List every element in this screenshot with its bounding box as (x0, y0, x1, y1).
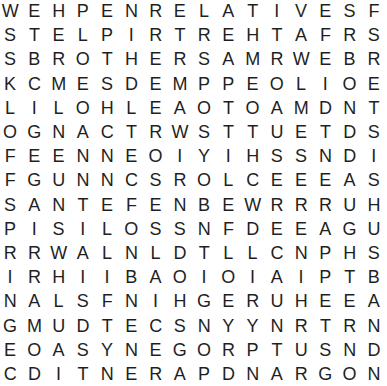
grid-cell-r16c13[interactable]: R (289, 362, 313, 386)
grid-cell-r10c2[interactable]: I (22, 217, 46, 241)
grid-cell-r7c9[interactable]: Y (192, 144, 216, 168)
grid-cell-r8c5[interactable]: N (95, 168, 119, 192)
grid-cell-r16c16[interactable]: N (362, 362, 386, 386)
grid-cell-r1c1[interactable]: W (0, 0, 22, 23)
grid-cell-r1c16[interactable]: F (362, 0, 386, 23)
grid-cell-r10c12[interactable]: E (265, 217, 289, 241)
grid-cell-r8c9[interactable]: O (192, 168, 216, 192)
grid-cell-r2c9[interactable]: R (192, 23, 216, 47)
grid-cell-r6c12[interactable]: U (265, 120, 289, 144)
grid-cell-r11c8[interactable]: D (168, 241, 192, 265)
grid-cell-r8c11[interactable]: C (241, 168, 265, 192)
grid-cell-r8c1[interactable]: F (0, 168, 22, 192)
grid-cell-r7c4[interactable]: N (71, 144, 95, 168)
grid-cell-r9c12[interactable]: R (265, 193, 289, 217)
grid-cell-r13c1[interactable]: N (0, 289, 22, 313)
grid-cell-r15c13[interactable]: U (289, 338, 313, 362)
grid-cell-r7c3[interactable]: E (47, 144, 71, 168)
grid-cell-r14c9[interactable]: N (192, 313, 216, 337)
grid-cell-r7c5[interactable]: N (95, 144, 119, 168)
grid-cell-r16c2[interactable]: D (22, 362, 46, 386)
grid-cell-r9c3[interactable]: N (47, 193, 71, 217)
grid-cell-r14c16[interactable]: N (362, 313, 386, 337)
grid-cell-r1c4[interactable]: P (71, 0, 95, 23)
grid-cell-r12c6[interactable]: B (119, 265, 143, 289)
grid-cell-r5c4[interactable]: O (71, 96, 95, 120)
grid-cell-r13c14[interactable]: E (313, 289, 337, 313)
word-search-grid: WEHPENRELATIVESFSTELPIRTREHTAFRSSBROTHER… (0, 0, 386, 386)
grid-cell-r16c1[interactable]: C (0, 362, 22, 386)
grid-cell-r7c7[interactable]: O (144, 144, 168, 168)
grid-cell-r12c7[interactable]: A (144, 265, 168, 289)
grid-cell-r12c11[interactable]: I (241, 265, 265, 289)
grid-cell-r7c14[interactable]: N (313, 144, 337, 168)
grid-cell-r15c2[interactable]: O (22, 338, 46, 362)
grid-cell-r11c7[interactable]: L (144, 241, 168, 265)
grid-cell-r7c2[interactable]: E (22, 144, 46, 168)
grid-cell-r14c1[interactable]: G (0, 313, 22, 337)
grid-cell-r12c5[interactable]: I (95, 265, 119, 289)
grid-cell-r6c15[interactable]: D (338, 120, 362, 144)
grid-cell-r14c8[interactable]: S (168, 313, 192, 337)
grid-cell-r4c1[interactable]: K (0, 72, 22, 96)
grid-cell-r14c3[interactable]: U (47, 313, 71, 337)
grid-cell-r6c7[interactable]: R (144, 120, 168, 144)
grid-cell-r5c8[interactable]: A (168, 96, 192, 120)
grid-cell-r10c4[interactable]: I (71, 217, 95, 241)
grid-cell-r14c6[interactable]: E (119, 313, 143, 337)
grid-cell-r2c16[interactable]: S (362, 23, 386, 47)
grid-cell-r9c13[interactable]: R (289, 193, 313, 217)
grid-cell-r15c6[interactable]: N (119, 338, 143, 362)
grid-cell-r8c6[interactable]: C (119, 168, 143, 192)
grid-cell-r10c5[interactable]: L (95, 217, 119, 241)
grid-cell-r16c5[interactable]: N (95, 362, 119, 386)
grid-cell-r10c9[interactable]: N (192, 217, 216, 241)
grid-cell-r6c5[interactable]: C (95, 120, 119, 144)
grid-cell-r14c15[interactable]: R (338, 313, 362, 337)
grid-cell-r15c14[interactable]: S (313, 338, 337, 362)
grid-cell-r3c10[interactable]: A (216, 47, 240, 71)
grid-cell-r16c7[interactable]: R (144, 362, 168, 386)
grid-cell-r3c13[interactable]: W (289, 47, 313, 71)
grid-cell-r7c12[interactable]: S (265, 144, 289, 168)
grid-cell-r8c15[interactable]: A (338, 168, 362, 192)
grid-cell-r13c15[interactable]: E (338, 289, 362, 313)
grid-cell-r12c13[interactable]: I (289, 265, 313, 289)
grid-cell-r2c15[interactable]: R (338, 23, 362, 47)
grid-cell-r3c7[interactable]: E (144, 47, 168, 71)
grid-cell-r10c3[interactable]: S (47, 217, 71, 241)
grid-cell-r4c2[interactable]: C (22, 72, 46, 96)
grid-cell-r8c10[interactable]: L (216, 168, 240, 192)
grid-cell-r8c16[interactable]: S (362, 168, 386, 192)
grid-cell-r15c11[interactable]: P (241, 338, 265, 362)
grid-cell-r15c5[interactable]: Y (95, 338, 119, 362)
grid-cell-r15c1[interactable]: E (0, 338, 22, 362)
grid-cell-r11c4[interactable]: A (71, 241, 95, 265)
grid-cell-r11c12[interactable]: C (265, 241, 289, 265)
grid-cell-r5c10[interactable]: T (216, 96, 240, 120)
grid-cell-r2c12[interactable]: T (265, 23, 289, 47)
grid-cell-r9c1[interactable]: S (0, 193, 22, 217)
grid-cell-r7c6[interactable]: E (119, 144, 143, 168)
grid-cell-r2c13[interactable]: A (289, 23, 313, 47)
grid-cell-r11c16[interactable]: S (362, 241, 386, 265)
grid-cell-r10c1[interactable]: P (0, 217, 22, 241)
grid-cell-r4c3[interactable]: M (47, 72, 71, 96)
grid-cell-r2c11[interactable]: H (241, 23, 265, 47)
grid-cell-r1c12[interactable]: I (265, 0, 289, 23)
grid-cell-r9c15[interactable]: U (338, 193, 362, 217)
grid-cell-r5c5[interactable]: H (95, 96, 119, 120)
grid-cell-r1c2[interactable]: E (22, 0, 46, 23)
grid-cell-r13c11[interactable]: R (241, 289, 265, 313)
grid-cell-r8c2[interactable]: G (22, 168, 46, 192)
grid-cell-r4c13[interactable]: L (289, 72, 313, 96)
grid-cell-r6c1[interactable]: O (0, 120, 22, 144)
grid-cell-r15c7[interactable]: E (144, 338, 168, 362)
grid-cell-r13c10[interactable]: E (216, 289, 240, 313)
grid-cell-r16c10[interactable]: D (216, 362, 240, 386)
grid-cell-r12c4[interactable]: I (71, 265, 95, 289)
grid-cell-r11c11[interactable]: L (241, 241, 265, 265)
grid-cell-r4c10[interactable]: P (216, 72, 240, 96)
grid-cell-r13c2[interactable]: A (22, 289, 46, 313)
grid-cell-r6c2[interactable]: G (22, 120, 46, 144)
grid-cell-r11c9[interactable]: T (192, 241, 216, 265)
grid-cell-r4c4[interactable]: E (71, 72, 95, 96)
grid-cell-r5c13[interactable]: M (289, 96, 313, 120)
grid-cell-r6c13[interactable]: E (289, 120, 313, 144)
grid-cell-r3c15[interactable]: B (338, 47, 362, 71)
grid-cell-r16c8[interactable]: A (168, 362, 192, 386)
grid-cell-r5c11[interactable]: O (241, 96, 265, 120)
grid-cell-r2c4[interactable]: L (71, 23, 95, 47)
grid-cell-r11c14[interactable]: P (313, 241, 337, 265)
grid-cell-r9c8[interactable]: N (168, 193, 192, 217)
grid-cell-r4c12[interactable]: O (265, 72, 289, 96)
grid-cell-r10c14[interactable]: A (313, 217, 337, 241)
grid-cell-r6c9[interactable]: S (192, 120, 216, 144)
grid-cell-r12c16[interactable]: B (362, 265, 386, 289)
grid-cell-r3c5[interactable]: T (95, 47, 119, 71)
grid-cell-r13c12[interactable]: U (265, 289, 289, 313)
grid-cell-r13c16[interactable]: A (362, 289, 386, 313)
grid-cell-r12c3[interactable]: H (47, 265, 71, 289)
grid-cell-r15c16[interactable]: D (362, 338, 386, 362)
grid-cell-r11c10[interactable]: L (216, 241, 240, 265)
grid-cell-r7c10[interactable]: I (216, 144, 240, 168)
grid-cell-r8c3[interactable]: U (47, 168, 71, 192)
grid-cell-r16c15[interactable]: O (338, 362, 362, 386)
grid-cell-r9c7[interactable]: E (144, 193, 168, 217)
grid-cell-r14c13[interactable]: R (289, 313, 313, 337)
grid-cell-r5c6[interactable]: L (119, 96, 143, 120)
grid-cell-r2c8[interactable]: T (168, 23, 192, 47)
grid-cell-r15c10[interactable]: R (216, 338, 240, 362)
grid-cell-r14c2[interactable]: M (22, 313, 46, 337)
grid-cell-r13c6[interactable]: N (119, 289, 143, 313)
grid-cell-r9c14[interactable]: R (313, 193, 337, 217)
grid-cell-r3c16[interactable]: R (362, 47, 386, 71)
grid-cell-r9c4[interactable]: T (71, 193, 95, 217)
grid-cell-r3c8[interactable]: R (168, 47, 192, 71)
grid-cell-r9c10[interactable]: E (216, 193, 240, 217)
grid-cell-r4c9[interactable]: P (192, 72, 216, 96)
grid-cell-r12c14[interactable]: P (313, 265, 337, 289)
grid-cell-r15c15[interactable]: N (338, 338, 362, 362)
grid-cell-r5c15[interactable]: N (338, 96, 362, 120)
grid-cell-r10c10[interactable]: F (216, 217, 240, 241)
grid-cell-r2c7[interactable]: R (144, 23, 168, 47)
grid-cell-r3c3[interactable]: R (47, 47, 71, 71)
grid-cell-r7c16[interactable]: I (362, 144, 386, 168)
grid-cell-r15c8[interactable]: G (168, 338, 192, 362)
grid-cell-r10c7[interactable]: S (144, 217, 168, 241)
grid-cell-r13c13[interactable]: H (289, 289, 313, 313)
grid-cell-r15c3[interactable]: A (47, 338, 71, 362)
grid-cell-r5c7[interactable]: E (144, 96, 168, 120)
grid-cell-r4c6[interactable]: D (119, 72, 143, 96)
grid-cell-r3c6[interactable]: H (119, 47, 143, 71)
grid-cell-r1c14[interactable]: E (313, 0, 337, 23)
grid-cell-r4c16[interactable]: E (362, 72, 386, 96)
grid-cell-r2c5[interactable]: P (95, 23, 119, 47)
grid-cell-r4c15[interactable]: O (338, 72, 362, 96)
grid-cell-r14c4[interactable]: D (71, 313, 95, 337)
grid-cell-r12c2[interactable]: R (22, 265, 46, 289)
grid-cell-r13c4[interactable]: S (71, 289, 95, 313)
grid-cell-r16c11[interactable]: N (241, 362, 265, 386)
grid-cell-r14c11[interactable]: Y (241, 313, 265, 337)
grid-cell-r10c8[interactable]: S (168, 217, 192, 241)
grid-cell-r4c7[interactable]: E (144, 72, 168, 96)
grid-cell-r7c1[interactable]: F (0, 144, 22, 168)
grid-cell-r5c2[interactable]: I (22, 96, 46, 120)
grid-cell-r12c12[interactable]: A (265, 265, 289, 289)
grid-cell-r13c5[interactable]: F (95, 289, 119, 313)
grid-cell-r14c5[interactable]: T (95, 313, 119, 337)
grid-cell-r3c11[interactable]: M (241, 47, 265, 71)
grid-cell-r12c10[interactable]: O (216, 265, 240, 289)
grid-cell-r9c2[interactable]: A (22, 193, 46, 217)
grid-cell-r9c5[interactable]: E (95, 193, 119, 217)
grid-cell-r5c12[interactable]: A (265, 96, 289, 120)
grid-cell-r16c3[interactable]: I (47, 362, 71, 386)
grid-cell-r10c11[interactable]: D (241, 217, 265, 241)
grid-cell-r13c7[interactable]: I (144, 289, 168, 313)
grid-cell-r10c13[interactable]: E (289, 217, 313, 241)
grid-cell-r12c15[interactable]: T (338, 265, 362, 289)
grid-cell-r14c10[interactable]: Y (216, 313, 240, 337)
grid-cell-r5c14[interactable]: D (313, 96, 337, 120)
grid-cell-r11c13[interactable]: N (289, 241, 313, 265)
grid-cell-r3c1[interactable]: S (0, 47, 22, 71)
grid-cell-r10c16[interactable]: U (362, 217, 386, 241)
grid-cell-r16c9[interactable]: P (192, 362, 216, 386)
grid-cell-r2c1[interactable]: S (0, 23, 22, 47)
grid-cell-r10c15[interactable]: G (338, 217, 362, 241)
grid-cell-r6c16[interactable]: S (362, 120, 386, 144)
grid-cell-r14c12[interactable]: N (265, 313, 289, 337)
grid-cell-r13c8[interactable]: H (168, 289, 192, 313)
grid-cell-r14c7[interactable]: C (144, 313, 168, 337)
grid-cell-r2c2[interactable]: T (22, 23, 46, 47)
grid-cell-r4c5[interactable]: S (95, 72, 119, 96)
grid-cell-r5c16[interactable]: T (362, 96, 386, 120)
grid-cell-r16c12[interactable]: A (265, 362, 289, 386)
grid-cell-r9c11[interactable]: W (241, 193, 265, 217)
grid-cell-r1c9[interactable]: L (192, 0, 216, 23)
grid-cell-r8c7[interactable]: S (144, 168, 168, 192)
grid-cell-r11c15[interactable]: H (338, 241, 362, 265)
grid-cell-r2c10[interactable]: E (216, 23, 240, 47)
grid-cell-r13c3[interactable]: L (47, 289, 71, 313)
grid-cell-r15c9[interactable]: O (192, 338, 216, 362)
grid-cell-r7c13[interactable]: S (289, 144, 313, 168)
grid-cell-r3c2[interactable]: B (22, 47, 46, 71)
grid-cell-r11c5[interactable]: L (95, 241, 119, 265)
grid-cell-r15c12[interactable]: T (265, 338, 289, 362)
grid-cell-r6c10[interactable]: T (216, 120, 240, 144)
grid-cell-r8c13[interactable]: E (289, 168, 313, 192)
grid-cell-r1c5[interactable]: E (95, 0, 119, 23)
grid-cell-r1c10[interactable]: A (216, 0, 240, 23)
grid-cell-r5c9[interactable]: O (192, 96, 216, 120)
grid-cell-r10c6[interactable]: O (119, 217, 143, 241)
grid-cell-r3c4[interactable]: O (71, 47, 95, 71)
grid-cell-r12c9[interactable]: I (192, 265, 216, 289)
grid-cell-r1c6[interactable]: N (119, 0, 143, 23)
grid-cell-r16c4[interactable]: T (71, 362, 95, 386)
grid-cell-r3c14[interactable]: E (313, 47, 337, 71)
grid-cell-r12c1[interactable]: I (0, 265, 22, 289)
grid-cell-r2c6[interactable]: I (119, 23, 143, 47)
grid-cell-r13c9[interactable]: G (192, 289, 216, 313)
grid-cell-r6c14[interactable]: T (313, 120, 337, 144)
grid-cell-r7c8[interactable]: I (168, 144, 192, 168)
grid-cell-r16c6[interactable]: E (119, 362, 143, 386)
grid-cell-r3c12[interactable]: R (265, 47, 289, 71)
grid-cell-r1c15[interactable]: S (338, 0, 362, 23)
grid-cell-r6c6[interactable]: T (119, 120, 143, 144)
grid-cell-r2c3[interactable]: E (47, 23, 71, 47)
grid-cell-r1c13[interactable]: V (289, 0, 313, 23)
grid-cell-r14c14[interactable]: T (313, 313, 337, 337)
grid-cell-r1c8[interactable]: E (168, 0, 192, 23)
grid-cell-r7c11[interactable]: H (241, 144, 265, 168)
grid-cell-r6c11[interactable]: T (241, 120, 265, 144)
grid-cell-r8c14[interactable]: E (313, 168, 337, 192)
grid-cell-r9c6[interactable]: F (119, 193, 143, 217)
grid-cell-r11c6[interactable]: N (119, 241, 143, 265)
grid-cell-r6c4[interactable]: A (71, 120, 95, 144)
grid-cell-r6c3[interactable]: N (47, 120, 71, 144)
grid-cell-r5c1[interactable]: L (0, 96, 22, 120)
grid-cell-r7c15[interactable]: D (338, 144, 362, 168)
grid-cell-r15c4[interactable]: S (71, 338, 95, 362)
grid-cell-r11c3[interactable]: W (47, 241, 71, 265)
grid-cell-r6c8[interactable]: W (168, 120, 192, 144)
grid-cell-r4c11[interactable]: E (241, 72, 265, 96)
grid-cell-r11c1[interactable]: R (0, 241, 22, 265)
grid-cell-r1c11[interactable]: T (241, 0, 265, 23)
grid-cell-r16c14[interactable]: G (313, 362, 337, 386)
grid-cell-r9c16[interactable]: H (362, 193, 386, 217)
grid-cell-r1c7[interactable]: R (144, 0, 168, 23)
grid-cell-r8c12[interactable]: E (265, 168, 289, 192)
grid-cell-r11c2[interactable]: R (22, 241, 46, 265)
grid-cell-r8c8[interactable]: R (168, 168, 192, 192)
grid-cell-r2c14[interactable]: F (313, 23, 337, 47)
grid-cell-r3c9[interactable]: S (192, 47, 216, 71)
grid-cell-r8c4[interactable]: N (71, 168, 95, 192)
grid-cell-r9c9[interactable]: B (192, 193, 216, 217)
grid-cell-r5c3[interactable]: L (47, 96, 71, 120)
grid-cell-r4c14[interactable]: I (313, 72, 337, 96)
grid-cell-r12c8[interactable]: O (168, 265, 192, 289)
grid-cell-r1c3[interactable]: H (47, 0, 71, 23)
grid-cell-r4c8[interactable]: M (168, 72, 192, 96)
